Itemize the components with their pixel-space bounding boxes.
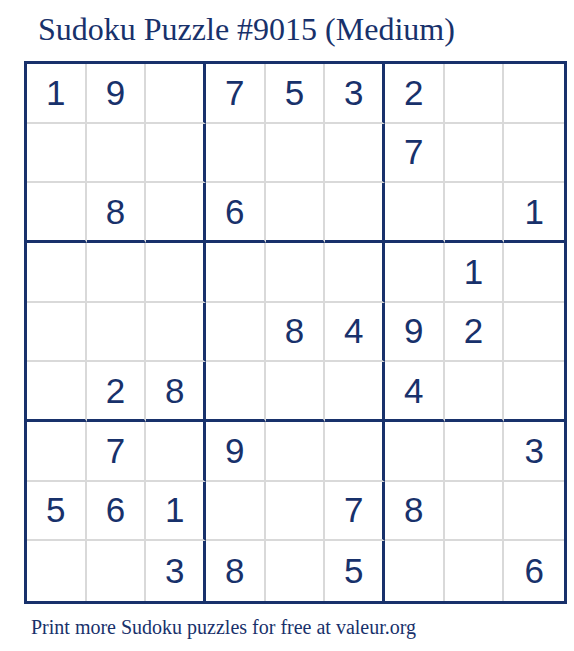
cell-r3c9: 1 xyxy=(504,183,564,243)
cell-r8c5 xyxy=(266,482,326,542)
cell-r8c9 xyxy=(504,482,564,542)
cell-r1c5: 5 xyxy=(266,64,326,124)
cell-r4c5 xyxy=(266,243,326,303)
footer-text: Print more Sudoku puzzles for free at va… xyxy=(31,616,416,639)
cell-r2c7: 7 xyxy=(385,124,445,184)
cell-r8c3: 1 xyxy=(146,482,206,542)
cell-r3c3 xyxy=(146,183,206,243)
cell-r9c3: 3 xyxy=(146,541,206,601)
cell-r4c4 xyxy=(206,243,266,303)
cell-r9c2 xyxy=(87,541,147,601)
cell-r4c3 xyxy=(146,243,206,303)
cell-r9c7 xyxy=(385,541,445,601)
cell-r9c4: 8 xyxy=(206,541,266,601)
cell-r1c7: 2 xyxy=(385,64,445,124)
cell-r9c6: 5 xyxy=(325,541,385,601)
cell-r7c4: 9 xyxy=(206,422,266,482)
cell-r2c3 xyxy=(146,124,206,184)
cell-r8c6: 7 xyxy=(325,482,385,542)
cell-r1c8 xyxy=(445,64,505,124)
cell-r6c8 xyxy=(445,362,505,422)
cell-r5c4 xyxy=(206,303,266,363)
cell-r5c1 xyxy=(27,303,87,363)
cell-r7c5 xyxy=(266,422,326,482)
cell-r6c5 xyxy=(266,362,326,422)
cell-r4c7 xyxy=(385,243,445,303)
cell-r7c7 xyxy=(385,422,445,482)
cell-r2c1 xyxy=(27,124,87,184)
cell-r2c4 xyxy=(206,124,266,184)
cell-r4c9 xyxy=(504,243,564,303)
cell-r7c9: 3 xyxy=(504,422,564,482)
cell-r4c8: 1 xyxy=(445,243,505,303)
cell-r3c7 xyxy=(385,183,445,243)
cell-r6c6 xyxy=(325,362,385,422)
sudoku-board: 197532786118492284793561783856 xyxy=(24,61,567,604)
cell-r4c2 xyxy=(87,243,147,303)
cell-r1c4: 7 xyxy=(206,64,266,124)
cell-r3c4: 6 xyxy=(206,183,266,243)
cell-r2c9 xyxy=(504,124,564,184)
cell-r6c4 xyxy=(206,362,266,422)
page-title: Sudoku Puzzle #9015 (Medium) xyxy=(38,10,455,48)
cell-r7c8 xyxy=(445,422,505,482)
cell-r6c7: 4 xyxy=(385,362,445,422)
cell-r6c9 xyxy=(504,362,564,422)
cell-r4c6 xyxy=(325,243,385,303)
cell-r7c2: 7 xyxy=(87,422,147,482)
cell-r8c7: 8 xyxy=(385,482,445,542)
cell-r8c2: 6 xyxy=(87,482,147,542)
cell-r7c3 xyxy=(146,422,206,482)
cell-r1c3 xyxy=(146,64,206,124)
cell-r8c1: 5 xyxy=(27,482,87,542)
cell-r4c1 xyxy=(27,243,87,303)
cell-r5c6: 4 xyxy=(325,303,385,363)
cell-r1c9 xyxy=(504,64,564,124)
cell-r9c5 xyxy=(266,541,326,601)
cell-r5c8: 2 xyxy=(445,303,505,363)
cell-r5c2 xyxy=(87,303,147,363)
cell-r9c8 xyxy=(445,541,505,601)
cell-r6c2: 2 xyxy=(87,362,147,422)
cell-r9c1 xyxy=(27,541,87,601)
cell-r3c1 xyxy=(27,183,87,243)
cell-r7c6 xyxy=(325,422,385,482)
cell-r3c5 xyxy=(266,183,326,243)
cell-r3c2: 8 xyxy=(87,183,147,243)
cell-r6c3: 8 xyxy=(146,362,206,422)
cell-r7c1 xyxy=(27,422,87,482)
cell-r6c1 xyxy=(27,362,87,422)
cell-r9c9: 6 xyxy=(504,541,564,601)
sudoku-page: Sudoku Puzzle #9015 (Medium) 19753278611… xyxy=(0,0,574,651)
cell-r1c2: 9 xyxy=(87,64,147,124)
cell-r1c6: 3 xyxy=(325,64,385,124)
cell-r5c9 xyxy=(504,303,564,363)
cell-r2c2 xyxy=(87,124,147,184)
cell-r8c8 xyxy=(445,482,505,542)
cell-r2c8 xyxy=(445,124,505,184)
cell-r2c6 xyxy=(325,124,385,184)
cell-r1c1: 1 xyxy=(27,64,87,124)
cell-r8c4 xyxy=(206,482,266,542)
cell-r5c7: 9 xyxy=(385,303,445,363)
cell-r5c5: 8 xyxy=(266,303,326,363)
cell-r5c3 xyxy=(146,303,206,363)
cell-r2c5 xyxy=(266,124,326,184)
cell-r3c8 xyxy=(445,183,505,243)
cell-r3c6 xyxy=(325,183,385,243)
